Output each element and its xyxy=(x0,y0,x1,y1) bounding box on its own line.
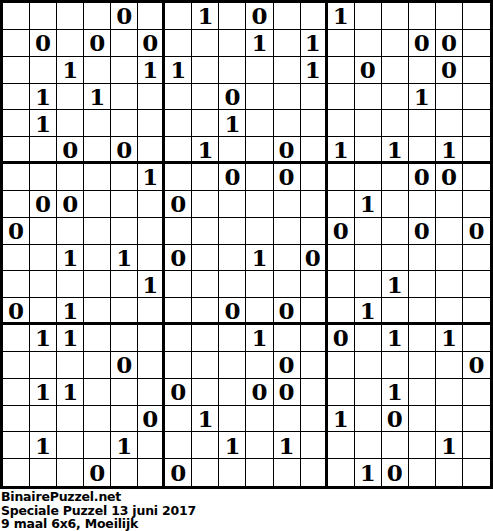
cell-r11c14[interactable] xyxy=(355,271,382,298)
cell-r4c2-given-1: 1 xyxy=(30,84,57,111)
cell-r9c17[interactable] xyxy=(436,218,463,245)
cell-r7c5[interactable] xyxy=(111,164,138,191)
cell-r12c16[interactable] xyxy=(409,298,436,325)
cell-r15c2-given-1: 1 xyxy=(30,379,57,406)
cell-r16c6-given-0: 0 xyxy=(138,406,165,433)
cell-r4c1[interactable] xyxy=(3,84,30,111)
cell-r16c14[interactable] xyxy=(355,406,382,433)
cell-r7c6-given-1: 1 xyxy=(138,164,165,191)
cell-r1c7[interactable] xyxy=(165,3,192,30)
cell-r5c16[interactable] xyxy=(409,110,436,137)
cell-r4c15[interactable] xyxy=(382,84,409,111)
cell-r17c1[interactable] xyxy=(3,432,30,459)
cell-r16c5[interactable] xyxy=(111,406,138,433)
cell-r2c6-given-0: 0 xyxy=(138,30,165,57)
cell-r3c17-given-0: 0 xyxy=(436,57,463,84)
cell-r8c8[interactable] xyxy=(192,191,219,218)
cell-r17c17-given-1: 1 xyxy=(436,432,463,459)
cell-r4c17[interactable] xyxy=(436,84,463,111)
cell-r14c11-given-0: 0 xyxy=(274,352,301,379)
cell-r4c12[interactable] xyxy=(301,84,328,111)
cell-r1c4[interactable] xyxy=(84,3,111,30)
cell-r17c12[interactable] xyxy=(301,432,328,459)
cell-r2c3[interactable] xyxy=(57,30,84,57)
cell-r6c5-given-0: 0 xyxy=(111,137,138,164)
cell-r14c3[interactable] xyxy=(57,352,84,379)
cell-r13c6[interactable] xyxy=(138,325,165,352)
cell-r12c3-given-1: 1 xyxy=(57,298,84,325)
cell-r18c16[interactable] xyxy=(409,459,436,486)
cell-r4c7[interactable] xyxy=(165,84,192,111)
cell-r6c16[interactable] xyxy=(409,137,436,164)
cell-r1c17[interactable] xyxy=(436,3,463,30)
cell-r14c6[interactable] xyxy=(138,352,165,379)
cell-r7c14[interactable] xyxy=(355,164,382,191)
cell-r18c14-given-1: 1 xyxy=(355,459,382,486)
cell-r1c2[interactable] xyxy=(30,3,57,30)
cell-r13c17-given-1: 1 xyxy=(436,325,463,352)
cell-r5c5[interactable] xyxy=(111,110,138,137)
cell-r2c13[interactable] xyxy=(328,30,355,57)
cell-r15c15-given-1: 1 xyxy=(382,379,409,406)
cell-r7c16-given-0: 0 xyxy=(409,164,436,191)
cell-r14c18-given-0: 0 xyxy=(463,352,490,379)
cell-r15c11-given-0: 0 xyxy=(274,379,301,406)
cell-r12c10[interactable] xyxy=(246,298,273,325)
cell-r6c14[interactable] xyxy=(355,137,382,164)
cell-r8c10[interactable] xyxy=(246,191,273,218)
cell-r10c8[interactable] xyxy=(192,245,219,272)
cell-r12c4[interactable] xyxy=(84,298,111,325)
cell-r9c5[interactable] xyxy=(111,218,138,245)
cell-r15c5[interactable] xyxy=(111,379,138,406)
cell-r10c14[interactable] xyxy=(355,245,382,272)
cell-r2c14[interactable] xyxy=(355,30,382,57)
cell-r17c2-given-1: 1 xyxy=(30,432,57,459)
cell-r4c10[interactable] xyxy=(246,84,273,111)
cell-r16c11[interactable] xyxy=(274,406,301,433)
cell-r13c10-given-1: 1 xyxy=(246,325,273,352)
cell-r2c8[interactable] xyxy=(192,30,219,57)
cell-r8c12[interactable] xyxy=(301,191,328,218)
cell-r5c8[interactable] xyxy=(192,110,219,137)
cell-r13c11[interactable] xyxy=(274,325,301,352)
cell-r13c12[interactable] xyxy=(301,325,328,352)
cell-r13c13-given-0: 0 xyxy=(328,325,355,352)
cell-r1c1[interactable] xyxy=(3,3,30,30)
cell-r15c14[interactable] xyxy=(355,379,382,406)
cell-r11c8[interactable] xyxy=(192,271,219,298)
cell-r18c15-given-0: 0 xyxy=(382,459,409,486)
cell-r16c3[interactable] xyxy=(57,406,84,433)
cell-r11c16[interactable] xyxy=(409,271,436,298)
cell-r16c15-given-0: 0 xyxy=(382,406,409,433)
cell-r17c6[interactable] xyxy=(138,432,165,459)
cell-r14c15[interactable] xyxy=(382,352,409,379)
cell-r11c7[interactable] xyxy=(165,271,192,298)
cell-r5c4[interactable] xyxy=(84,110,111,137)
cell-r13c5[interactable] xyxy=(111,325,138,352)
cell-r2c1[interactable] xyxy=(3,30,30,57)
cell-r1c16[interactable] xyxy=(409,3,436,30)
cell-r16c10[interactable] xyxy=(246,406,273,433)
cell-r11c17[interactable] xyxy=(436,271,463,298)
cell-r9c6[interactable] xyxy=(138,218,165,245)
cell-r13c8[interactable] xyxy=(192,325,219,352)
cell-r15c13[interactable] xyxy=(328,379,355,406)
cell-r11c15-given-1: 1 xyxy=(382,271,409,298)
cell-r13c14[interactable] xyxy=(355,325,382,352)
cell-r15c10-given-0: 0 xyxy=(246,379,273,406)
cell-r9c15[interactable] xyxy=(382,218,409,245)
cell-r3c18[interactable] xyxy=(463,57,490,84)
cell-r3c2[interactable] xyxy=(30,57,57,84)
cell-r17c9-given-1: 1 xyxy=(219,432,246,459)
cell-r11c2[interactable] xyxy=(30,271,57,298)
cell-r15c1[interactable] xyxy=(3,379,30,406)
cell-r3c15[interactable] xyxy=(382,57,409,84)
cell-r10c18[interactable] xyxy=(463,245,490,272)
cell-r15c7-given-0: 0 xyxy=(165,379,192,406)
cell-r18c6[interactable] xyxy=(138,459,165,486)
cell-r10c17[interactable] xyxy=(436,245,463,272)
cell-r12c11-given-0: 0 xyxy=(274,298,301,325)
cell-r11c1[interactable] xyxy=(3,271,30,298)
cell-r17c3[interactable] xyxy=(57,432,84,459)
cell-r14c12[interactable] xyxy=(301,352,328,379)
cell-r4c11[interactable] xyxy=(274,84,301,111)
cell-r6c10[interactable] xyxy=(246,137,273,164)
cell-r11c9[interactable] xyxy=(219,271,246,298)
cell-r5c17[interactable] xyxy=(436,110,463,137)
cell-r7c9-given-0: 0 xyxy=(219,164,246,191)
cell-r6c17-given-1: 1 xyxy=(436,137,463,164)
cell-r3c13[interactable] xyxy=(328,57,355,84)
cell-r14c16[interactable] xyxy=(409,352,436,379)
cell-r2c15[interactable] xyxy=(382,30,409,57)
cell-r10c1[interactable] xyxy=(3,245,30,272)
cell-r7c12[interactable] xyxy=(301,164,328,191)
cell-r5c1[interactable] xyxy=(3,110,30,137)
cell-r18c18[interactable] xyxy=(463,459,490,486)
cell-r8c4[interactable] xyxy=(84,191,111,218)
cell-r12c18[interactable] xyxy=(463,298,490,325)
cell-r12c13[interactable] xyxy=(328,298,355,325)
cell-r5c6[interactable] xyxy=(138,110,165,137)
cell-r3c4[interactable] xyxy=(84,57,111,84)
cell-r7c8[interactable] xyxy=(192,164,219,191)
cell-r10c7-given-0: 0 xyxy=(165,245,192,272)
cell-r4c13[interactable] xyxy=(328,84,355,111)
cell-r6c6[interactable] xyxy=(138,137,165,164)
cell-r4c16-given-1: 1 xyxy=(409,84,436,111)
cell-r10c2[interactable] xyxy=(30,245,57,272)
cell-r4c9-given-0: 0 xyxy=(219,84,246,111)
cell-r6c18[interactable] xyxy=(463,137,490,164)
cell-r6c11-given-0: 0 xyxy=(274,137,301,164)
cell-r1c14[interactable] xyxy=(355,3,382,30)
cell-r2c9[interactable] xyxy=(219,30,246,57)
cell-r18c11[interactable] xyxy=(274,459,301,486)
cell-r9c18-given-0: 0 xyxy=(463,218,490,245)
cell-r16c2[interactable] xyxy=(30,406,57,433)
cell-r5c13[interactable] xyxy=(328,110,355,137)
cell-r17c13[interactable] xyxy=(328,432,355,459)
cell-r9c4[interactable] xyxy=(84,218,111,245)
cell-r12c5[interactable] xyxy=(111,298,138,325)
cell-r14c4[interactable] xyxy=(84,352,111,379)
cell-r15c16[interactable] xyxy=(409,379,436,406)
cell-r16c16[interactable] xyxy=(409,406,436,433)
cell-r18c2[interactable] xyxy=(30,459,57,486)
cell-r1c6[interactable] xyxy=(138,3,165,30)
cell-r9c1-given-0: 0 xyxy=(3,218,30,245)
cell-r10c15[interactable] xyxy=(382,245,409,272)
cell-r13c16[interactable] xyxy=(409,325,436,352)
cell-r14c10[interactable] xyxy=(246,352,273,379)
cell-r2c7[interactable] xyxy=(165,30,192,57)
cell-r16c13-given-1: 1 xyxy=(328,406,355,433)
cell-r17c18[interactable] xyxy=(463,432,490,459)
cell-r18c7-given-0: 0 xyxy=(165,459,192,486)
cell-r12c7[interactable] xyxy=(165,298,192,325)
cell-r18c12[interactable] xyxy=(301,459,328,486)
cell-r3c1[interactable] xyxy=(3,57,30,84)
cell-r7c3[interactable] xyxy=(57,164,84,191)
cell-r18c5[interactable] xyxy=(111,459,138,486)
cell-r6c7[interactable] xyxy=(165,137,192,164)
cell-r13c4[interactable] xyxy=(84,325,111,352)
cell-r16c9[interactable] xyxy=(219,406,246,433)
cell-r4c6[interactable] xyxy=(138,84,165,111)
cell-r18c8[interactable] xyxy=(192,459,219,486)
cell-r15c18[interactable] xyxy=(463,379,490,406)
cell-r4c8[interactable] xyxy=(192,84,219,111)
cell-r10c9[interactable] xyxy=(219,245,246,272)
cell-r3c7-given-1: 1 xyxy=(165,57,192,84)
cell-r3c9[interactable] xyxy=(219,57,246,84)
cell-r1c18[interactable] xyxy=(463,3,490,30)
cell-r13c9[interactable] xyxy=(219,325,246,352)
cell-r18c1[interactable] xyxy=(3,459,30,486)
cell-r6c3-given-0: 0 xyxy=(57,137,84,164)
cell-r8c5[interactable] xyxy=(111,191,138,218)
cell-r8c13[interactable] xyxy=(328,191,355,218)
cell-r12c8[interactable] xyxy=(192,298,219,325)
cell-r7c18[interactable] xyxy=(463,164,490,191)
cell-r15c4[interactable] xyxy=(84,379,111,406)
cell-r12c6[interactable] xyxy=(138,298,165,325)
cell-r8c7-given-0: 0 xyxy=(165,191,192,218)
cell-r7c13[interactable] xyxy=(328,164,355,191)
cell-r10c6[interactable] xyxy=(138,245,165,272)
cell-r1c10-given-0: 0 xyxy=(246,3,273,30)
cell-r10c5-given-1: 1 xyxy=(111,245,138,272)
cell-r4c4-given-1: 1 xyxy=(84,84,111,111)
cell-r6c8-given-1: 1 xyxy=(192,137,219,164)
cell-r1c15[interactable] xyxy=(382,3,409,30)
cell-r14c7[interactable] xyxy=(165,352,192,379)
cell-r11c13[interactable] xyxy=(328,271,355,298)
cell-r3c8[interactable] xyxy=(192,57,219,84)
cell-r14c9[interactable] xyxy=(219,352,246,379)
cell-r17c14[interactable] xyxy=(355,432,382,459)
cell-r6c12[interactable] xyxy=(301,137,328,164)
cell-r11c11[interactable] xyxy=(274,271,301,298)
cell-r9c9[interactable] xyxy=(219,218,246,245)
cell-r10c13[interactable] xyxy=(328,245,355,272)
cell-r10c4[interactable] xyxy=(84,245,111,272)
cell-r9c10[interactable] xyxy=(246,218,273,245)
cell-r6c9[interactable] xyxy=(219,137,246,164)
cell-r2c16-given-0: 0 xyxy=(409,30,436,57)
cell-r5c11[interactable] xyxy=(274,110,301,137)
cell-r11c3[interactable] xyxy=(57,271,84,298)
cell-r4c14[interactable] xyxy=(355,84,382,111)
cell-r6c1[interactable] xyxy=(3,137,30,164)
cell-r11c18[interactable] xyxy=(463,271,490,298)
cell-r8c18[interactable] xyxy=(463,191,490,218)
cell-r17c4[interactable] xyxy=(84,432,111,459)
cell-r14c17[interactable] xyxy=(436,352,463,379)
cell-r5c7[interactable] xyxy=(165,110,192,137)
cell-r11c10[interactable] xyxy=(246,271,273,298)
cell-r18c3[interactable] xyxy=(57,459,84,486)
cell-r6c2[interactable] xyxy=(30,137,57,164)
cell-r7c7[interactable] xyxy=(165,164,192,191)
cell-r9c2[interactable] xyxy=(30,218,57,245)
cell-r5c15[interactable] xyxy=(382,110,409,137)
cell-r15c12[interactable] xyxy=(301,379,328,406)
cell-r11c12[interactable] xyxy=(301,271,328,298)
cell-r17c15[interactable] xyxy=(382,432,409,459)
cell-r12c12[interactable] xyxy=(301,298,328,325)
cell-r2c5[interactable] xyxy=(111,30,138,57)
cell-r9c7[interactable] xyxy=(165,218,192,245)
cell-r3c10[interactable] xyxy=(246,57,273,84)
cell-r4c3[interactable] xyxy=(57,84,84,111)
cell-r5c10[interactable] xyxy=(246,110,273,137)
cell-r15c9[interactable] xyxy=(219,379,246,406)
cell-r1c11[interactable] xyxy=(274,3,301,30)
cell-r8c16[interactable] xyxy=(409,191,436,218)
cell-r9c13-given-0: 0 xyxy=(328,218,355,245)
cell-r3c11[interactable] xyxy=(274,57,301,84)
cell-r11c4[interactable] xyxy=(84,271,111,298)
cell-r16c12[interactable] xyxy=(301,406,328,433)
cell-r9c3[interactable] xyxy=(57,218,84,245)
cell-r10c11[interactable] xyxy=(274,245,301,272)
cell-r9c12[interactable] xyxy=(301,218,328,245)
cell-r18c13[interactable] xyxy=(328,459,355,486)
cell-r15c8[interactable] xyxy=(192,379,219,406)
cell-r13c15-given-1: 1 xyxy=(382,325,409,352)
cell-r13c18[interactable] xyxy=(463,325,490,352)
cell-r7c2[interactable] xyxy=(30,164,57,191)
cell-r18c10[interactable] xyxy=(246,459,273,486)
cell-r8c6[interactable] xyxy=(138,191,165,218)
cell-r16c17[interactable] xyxy=(436,406,463,433)
cell-r2c10-given-1: 1 xyxy=(246,30,273,57)
cell-r6c4[interactable] xyxy=(84,137,111,164)
puzzle-format: 9 maal 6x6, Moeilijk xyxy=(1,517,493,531)
cell-r5c18[interactable] xyxy=(463,110,490,137)
cell-r13c2-given-1: 1 xyxy=(30,325,57,352)
cell-r9c14[interactable] xyxy=(355,218,382,245)
cell-r5c9-given-1: 1 xyxy=(219,110,246,137)
cell-r12c15[interactable] xyxy=(382,298,409,325)
cell-r17c7[interactable] xyxy=(165,432,192,459)
cell-r14c1[interactable] xyxy=(3,352,30,379)
cell-r8c11[interactable] xyxy=(274,191,301,218)
cell-r9c8[interactable] xyxy=(192,218,219,245)
cell-r18c17[interactable] xyxy=(436,459,463,486)
cell-r16c7[interactable] xyxy=(165,406,192,433)
cell-r11c5[interactable] xyxy=(111,271,138,298)
cell-r16c1[interactable] xyxy=(3,406,30,433)
cell-r2c18[interactable] xyxy=(463,30,490,57)
cell-r4c18[interactable] xyxy=(463,84,490,111)
cell-r7c4[interactable] xyxy=(84,164,111,191)
cell-r12c17[interactable] xyxy=(436,298,463,325)
cell-r17c10[interactable] xyxy=(246,432,273,459)
cell-r13c7[interactable] xyxy=(165,325,192,352)
cell-r5c3[interactable] xyxy=(57,110,84,137)
cell-r8c17[interactable] xyxy=(436,191,463,218)
cell-r18c9[interactable] xyxy=(219,459,246,486)
cell-r14c8[interactable] xyxy=(192,352,219,379)
cell-r1c12[interactable] xyxy=(301,3,328,30)
cell-r1c9[interactable] xyxy=(219,3,246,30)
cell-r5c12[interactable] xyxy=(301,110,328,137)
cell-r12c2[interactable] xyxy=(30,298,57,325)
cell-r8c9[interactable] xyxy=(219,191,246,218)
cell-r8c1[interactable] xyxy=(3,191,30,218)
cell-r14c2[interactable] xyxy=(30,352,57,379)
cell-r12c9-given-0: 0 xyxy=(219,298,246,325)
cell-r8c15[interactable] xyxy=(382,191,409,218)
cell-r1c8-given-1: 1 xyxy=(192,3,219,30)
cell-r1c13-given-1: 1 xyxy=(328,3,355,30)
cell-r2c11[interactable] xyxy=(274,30,301,57)
cell-r14c13[interactable] xyxy=(328,352,355,379)
cell-r7c11-given-0: 0 xyxy=(274,164,301,191)
cell-r17c8[interactable] xyxy=(192,432,219,459)
cell-r17c16[interactable] xyxy=(409,432,436,459)
cell-r11c6-given-1: 1 xyxy=(138,271,165,298)
cell-r4c5[interactable] xyxy=(111,84,138,111)
cell-r3c3-given-1: 1 xyxy=(57,57,84,84)
cell-r9c11[interactable] xyxy=(274,218,301,245)
cell-r7c15[interactable] xyxy=(382,164,409,191)
cell-r3c14-given-0: 0 xyxy=(355,57,382,84)
cell-r16c18[interactable] xyxy=(463,406,490,433)
cell-r18c4-given-0: 0 xyxy=(84,459,111,486)
cell-r7c1[interactable] xyxy=(3,164,30,191)
cell-r15c6[interactable] xyxy=(138,379,165,406)
cell-r8c3-given-0: 0 xyxy=(57,191,84,218)
cell-r1c3[interactable] xyxy=(57,3,84,30)
cell-r5c14[interactable] xyxy=(355,110,382,137)
cell-r13c1[interactable] xyxy=(3,325,30,352)
cell-r14c14[interactable] xyxy=(355,352,382,379)
cell-r7c10[interactable] xyxy=(246,164,273,191)
cell-r15c17[interactable] xyxy=(436,379,463,406)
cell-r3c5[interactable] xyxy=(111,57,138,84)
cell-r16c4[interactable] xyxy=(84,406,111,433)
cell-r3c16[interactable] xyxy=(409,57,436,84)
cell-r10c16[interactable] xyxy=(409,245,436,272)
